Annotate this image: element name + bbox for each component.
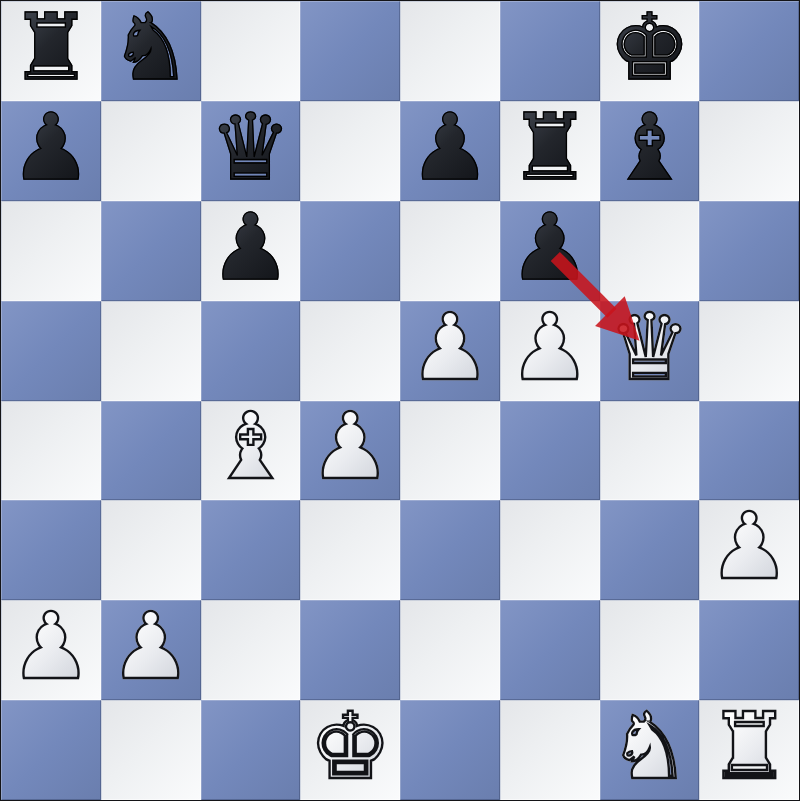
square-c4[interactable]: ♝ [201,401,301,501]
square-d8[interactable] [300,1,400,101]
square-a8[interactable]: ♜ [1,1,101,101]
square-g4[interactable] [600,401,700,501]
square-f6[interactable]: ♟ [500,201,600,301]
square-h3[interactable]: ♟ [699,500,799,600]
square-h2[interactable] [699,600,799,700]
square-d3[interactable] [300,500,400,600]
square-g6[interactable] [600,201,700,301]
square-f3[interactable] [500,500,600,600]
chess-board-wrapper: ♜♞♚♟♛♟♜♝♟♟♟♟♛♝♟♟♟♟♚♞♜ [0,0,800,801]
square-b8[interactable]: ♞ [101,1,201,101]
square-e2[interactable] [400,600,500,700]
black-king-piece[interactable]: ♚ [608,2,690,94]
square-d7[interactable] [300,101,400,201]
square-d2[interactable] [300,600,400,700]
black-rook-piece[interactable]: ♜ [508,102,590,194]
square-g8[interactable]: ♚ [600,1,700,101]
black-rook-piece[interactable]: ♜ [10,2,92,94]
square-a5[interactable] [1,301,101,401]
black-pawn-piece[interactable]: ♟ [508,202,590,294]
white-pawn-piece[interactable]: ♟ [409,302,491,394]
square-b3[interactable] [101,500,201,600]
square-h7[interactable] [699,101,799,201]
square-h4[interactable] [699,401,799,501]
square-g1[interactable]: ♞ [600,700,700,800]
black-queen-piece[interactable]: ♛ [209,102,291,194]
white-bishop-piece[interactable]: ♝ [209,401,291,493]
white-king-piece[interactable]: ♚ [309,701,391,793]
square-e3[interactable] [400,500,500,600]
square-c5[interactable] [201,301,301,401]
square-b1[interactable] [101,700,201,800]
square-c7[interactable]: ♛ [201,101,301,201]
square-d1[interactable]: ♚ [300,700,400,800]
square-d5[interactable] [300,301,400,401]
square-f2[interactable] [500,600,600,700]
square-c6[interactable]: ♟ [201,201,301,301]
white-pawn-piece[interactable]: ♟ [109,601,191,693]
square-a2[interactable]: ♟ [1,600,101,700]
square-e5[interactable]: ♟ [400,301,500,401]
square-h1[interactable]: ♜ [699,700,799,800]
square-a6[interactable] [1,201,101,301]
square-g5[interactable]: ♛ [600,301,700,401]
black-knight-piece[interactable]: ♞ [109,2,191,94]
black-pawn-piece[interactable]: ♟ [209,202,291,294]
square-e8[interactable] [400,1,500,101]
square-b5[interactable] [101,301,201,401]
square-a3[interactable] [1,500,101,600]
white-rook-piece[interactable]: ♜ [708,701,790,793]
white-queen-piece[interactable]: ♛ [608,302,690,394]
square-b6[interactable] [101,201,201,301]
square-f7[interactable]: ♜ [500,101,600,201]
black-pawn-piece[interactable]: ♟ [10,102,92,194]
square-c1[interactable] [201,700,301,800]
white-pawn-piece[interactable]: ♟ [508,302,590,394]
square-g2[interactable] [600,600,700,700]
black-pawn-piece[interactable]: ♟ [409,102,491,194]
square-d4[interactable]: ♟ [300,401,400,501]
square-a1[interactable] [1,700,101,800]
square-b2[interactable]: ♟ [101,600,201,700]
square-c2[interactable] [201,600,301,700]
white-pawn-piece[interactable]: ♟ [708,501,790,593]
white-pawn-piece[interactable]: ♟ [309,401,391,493]
square-c3[interactable] [201,500,301,600]
square-h6[interactable] [699,201,799,301]
square-f1[interactable] [500,700,600,800]
square-g7[interactable]: ♝ [600,101,700,201]
square-a7[interactable]: ♟ [1,101,101,201]
chess-board: ♜♞♚♟♛♟♜♝♟♟♟♟♛♝♟♟♟♟♚♞♜ [1,1,799,800]
square-c8[interactable] [201,1,301,101]
square-g3[interactable] [600,500,700,600]
square-d6[interactable] [300,201,400,301]
square-e6[interactable] [400,201,500,301]
white-knight-piece[interactable]: ♞ [608,701,690,793]
square-e1[interactable] [400,700,500,800]
square-f4[interactable] [500,401,600,501]
square-b4[interactable] [101,401,201,501]
black-bishop-piece[interactable]: ♝ [608,102,690,194]
square-e4[interactable] [400,401,500,501]
square-h8[interactable] [699,1,799,101]
square-b7[interactable] [101,101,201,201]
square-e7[interactable]: ♟ [400,101,500,201]
square-f8[interactable] [500,1,600,101]
square-h5[interactable] [699,301,799,401]
white-pawn-piece[interactable]: ♟ [10,601,92,693]
square-a4[interactable] [1,401,101,501]
square-f5[interactable]: ♟ [500,301,600,401]
